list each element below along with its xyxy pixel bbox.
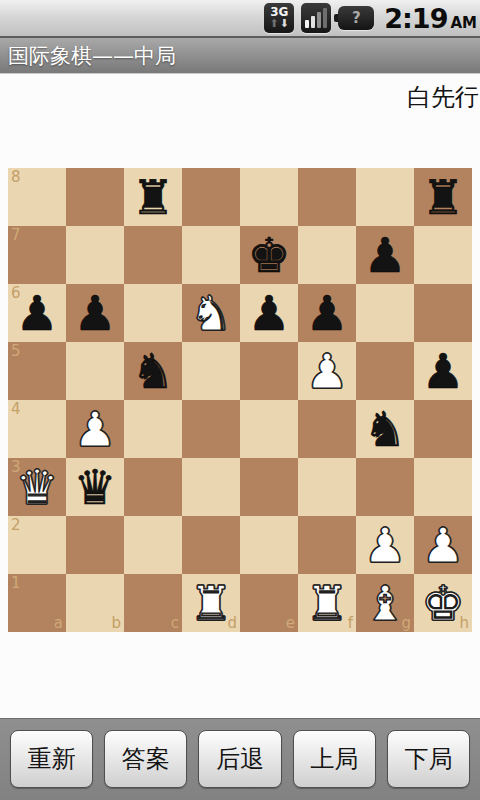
rank-label-2: 2 bbox=[11, 518, 21, 533]
chess-board: 8♜♜7♚♟6♟♟♞♟♟5♞♟♟4♟♞3♛♛2♟♟1abcd♜ef♜g♝h♚ bbox=[8, 168, 472, 632]
clock-time: 2:19 bbox=[384, 3, 447, 34]
title-bar: 国际象棋——中局 bbox=[0, 38, 480, 74]
square-a2[interactable]: 2 bbox=[8, 516, 66, 574]
rank-label-1: 1 bbox=[11, 576, 21, 591]
square-d6[interactable]: ♞ bbox=[182, 284, 240, 342]
square-b7[interactable] bbox=[66, 226, 124, 284]
square-g2[interactable]: ♟ bbox=[356, 516, 414, 574]
square-c4[interactable] bbox=[124, 400, 182, 458]
square-f3[interactable] bbox=[298, 458, 356, 516]
black-rook[interactable]: ♜ bbox=[124, 168, 182, 226]
square-h1[interactable]: h♚ bbox=[414, 574, 472, 632]
square-e7[interactable]: ♚ bbox=[240, 226, 298, 284]
answer-button[interactable]: 答案 bbox=[104, 730, 187, 788]
square-e2[interactable] bbox=[240, 516, 298, 574]
file-label-c: c bbox=[171, 616, 179, 631]
square-b2[interactable] bbox=[66, 516, 124, 574]
square-f4[interactable] bbox=[298, 400, 356, 458]
status-clock: 2:19 AM bbox=[381, 3, 477, 34]
black-pawn[interactable]: ♟ bbox=[356, 226, 414, 284]
square-c8[interactable]: ♜ bbox=[124, 168, 182, 226]
square-e3[interactable] bbox=[240, 458, 298, 516]
square-a5[interactable]: 5 bbox=[8, 342, 66, 400]
square-c5[interactable]: ♞ bbox=[124, 342, 182, 400]
square-b8[interactable] bbox=[66, 168, 124, 226]
square-b5[interactable] bbox=[66, 342, 124, 400]
white-king[interactable]: ♚ bbox=[414, 574, 472, 632]
square-f5[interactable]: ♟ bbox=[298, 342, 356, 400]
app-title: 国际象棋——中局 bbox=[8, 42, 176, 70]
square-e5[interactable] bbox=[240, 342, 298, 400]
black-queen[interactable]: ♛ bbox=[66, 458, 124, 516]
square-g1[interactable]: g♝ bbox=[356, 574, 414, 632]
previous-button[interactable]: 上局 bbox=[293, 730, 376, 788]
square-h7[interactable] bbox=[414, 226, 472, 284]
white-rook[interactable]: ♜ bbox=[298, 574, 356, 632]
square-b1[interactable]: b bbox=[66, 574, 124, 632]
square-c1[interactable]: c bbox=[124, 574, 182, 632]
square-g5[interactable] bbox=[356, 342, 414, 400]
square-e8[interactable] bbox=[240, 168, 298, 226]
square-c7[interactable] bbox=[124, 226, 182, 284]
white-knight[interactable]: ♞ bbox=[182, 284, 240, 342]
square-h6[interactable] bbox=[414, 284, 472, 342]
white-pawn[interactable]: ♟ bbox=[356, 516, 414, 574]
square-d1[interactable]: d♜ bbox=[182, 574, 240, 632]
square-d7[interactable] bbox=[182, 226, 240, 284]
square-e6[interactable]: ♟ bbox=[240, 284, 298, 342]
mobile-data-3g-icon: 3G ⬆ ⬇ bbox=[264, 3, 294, 33]
square-g7[interactable]: ♟ bbox=[356, 226, 414, 284]
square-e1[interactable]: e bbox=[240, 574, 298, 632]
square-h2[interactable]: ♟ bbox=[414, 516, 472, 574]
restart-button[interactable]: 重新 bbox=[10, 730, 93, 788]
undo-button[interactable]: 后退 bbox=[198, 730, 281, 788]
data-down-arrow-icon: ⬇ bbox=[280, 18, 289, 30]
black-pawn[interactable]: ♟ bbox=[8, 284, 66, 342]
black-pawn[interactable]: ♟ bbox=[414, 342, 472, 400]
square-f6[interactable]: ♟ bbox=[298, 284, 356, 342]
square-f1[interactable]: f♜ bbox=[298, 574, 356, 632]
square-h4[interactable] bbox=[414, 400, 472, 458]
square-d4[interactable] bbox=[182, 400, 240, 458]
square-f8[interactable] bbox=[298, 168, 356, 226]
square-a8[interactable]: 8 bbox=[8, 168, 66, 226]
square-c3[interactable] bbox=[124, 458, 182, 516]
square-a1[interactable]: 1a bbox=[8, 574, 66, 632]
3g-label: 3G bbox=[270, 7, 288, 18]
square-d8[interactable] bbox=[182, 168, 240, 226]
square-c6[interactable] bbox=[124, 284, 182, 342]
square-f2[interactable] bbox=[298, 516, 356, 574]
clock-meridiem: AM bbox=[450, 14, 477, 32]
next-button[interactable]: 下局 bbox=[387, 730, 470, 788]
square-d3[interactable] bbox=[182, 458, 240, 516]
square-b4[interactable]: ♟ bbox=[66, 400, 124, 458]
white-pawn[interactable]: ♟ bbox=[298, 342, 356, 400]
white-pawn[interactable]: ♟ bbox=[66, 400, 124, 458]
rank-label-5: 5 bbox=[11, 344, 21, 359]
data-up-arrow-icon: ⬆ bbox=[270, 18, 279, 30]
square-h3[interactable] bbox=[414, 458, 472, 516]
black-pawn[interactable]: ♟ bbox=[240, 284, 298, 342]
battery-question-label: ? bbox=[352, 9, 361, 27]
black-knight[interactable]: ♞ bbox=[124, 342, 182, 400]
rank-label-7: 7 bbox=[11, 228, 21, 243]
black-king[interactable]: ♚ bbox=[240, 226, 298, 284]
black-pawn[interactable]: ♟ bbox=[298, 284, 356, 342]
black-knight[interactable]: ♞ bbox=[356, 400, 414, 458]
square-g8[interactable] bbox=[356, 168, 414, 226]
square-g3[interactable] bbox=[356, 458, 414, 516]
square-c2[interactable] bbox=[124, 516, 182, 574]
square-b3[interactable]: ♛ bbox=[66, 458, 124, 516]
signal-strength-icon bbox=[301, 3, 331, 33]
square-a6[interactable]: 6♟ bbox=[8, 284, 66, 342]
file-label-b: b bbox=[111, 616, 121, 631]
rank-label-8: 8 bbox=[11, 170, 21, 185]
white-bishop[interactable]: ♝ bbox=[356, 574, 414, 632]
square-d2[interactable] bbox=[182, 516, 240, 574]
side-to-move-label: 白先行 bbox=[407, 81, 479, 113]
square-a3[interactable]: 3♛ bbox=[8, 458, 66, 516]
battery-unknown-icon: ? bbox=[338, 6, 374, 30]
square-a4[interactable]: 4 bbox=[8, 400, 66, 458]
status-bar: 3G ⬆ ⬇ ? 2:19 AM bbox=[0, 0, 480, 38]
white-queen[interactable]: ♛ bbox=[8, 458, 66, 516]
square-b6[interactable]: ♟ bbox=[66, 284, 124, 342]
square-a7[interactable]: 7 bbox=[8, 226, 66, 284]
black-pawn[interactable]: ♟ bbox=[66, 284, 124, 342]
file-label-a: a bbox=[54, 616, 63, 631]
white-rook[interactable]: ♜ bbox=[182, 574, 240, 632]
square-f7[interactable] bbox=[298, 226, 356, 284]
square-h5[interactable]: ♟ bbox=[414, 342, 472, 400]
square-e4[interactable] bbox=[240, 400, 298, 458]
square-h8[interactable]: ♜ bbox=[414, 168, 472, 226]
black-rook[interactable]: ♜ bbox=[414, 168, 472, 226]
square-d5[interactable] bbox=[182, 342, 240, 400]
rank-label-4: 4 bbox=[11, 402, 21, 417]
square-g4[interactable]: ♞ bbox=[356, 400, 414, 458]
file-label-e: e bbox=[286, 616, 295, 631]
button-bar: 重新答案后退上局下局 bbox=[0, 718, 480, 800]
white-pawn[interactable]: ♟ bbox=[414, 516, 472, 574]
square-g6[interactable] bbox=[356, 284, 414, 342]
